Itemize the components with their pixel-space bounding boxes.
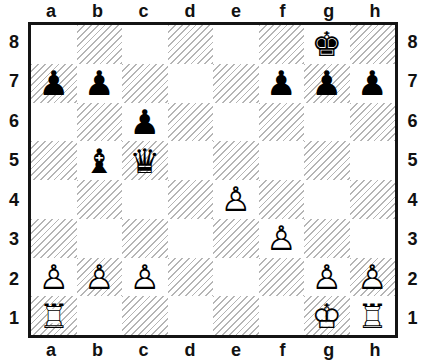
rank-label-2-left: 2 <box>0 259 28 299</box>
rank-label-4-left: 4 <box>0 180 28 220</box>
rank-label-1-left: 1 <box>0 299 28 339</box>
square-b1[interactable] <box>77 296 123 335</box>
piece-glyph: ♙ <box>39 260 69 294</box>
piece-glyph: ♖ <box>357 299 387 333</box>
square-h6[interactable] <box>350 103 396 142</box>
file-labels-bottom: abcdefgh <box>28 338 398 361</box>
square-e5[interactable] <box>213 141 259 180</box>
file-label-f-top: f <box>259 0 305 22</box>
square-g8[interactable]: ♚ <box>304 25 350 64</box>
rank-label-3-right: 3 <box>398 220 427 260</box>
file-label-c-top: c <box>121 0 167 22</box>
square-b5[interactable]: ♝ <box>77 141 123 180</box>
file-label-d-bottom: d <box>167 338 213 361</box>
square-g4[interactable] <box>304 180 350 219</box>
square-d4[interactable] <box>168 180 214 219</box>
square-f3[interactable]: ♟♙ <box>259 219 305 258</box>
piece-glyph: ♟ <box>39 66 69 100</box>
file-label-c-bottom: c <box>121 338 167 361</box>
black-bishop-b5[interactable]: ♝ <box>77 141 123 180</box>
square-e4[interactable]: ♟♙ <box>213 180 259 219</box>
chess-board: ♚♟♟♟♟♟♟♝♛♟♙♟♙♟♙♟♙♟♙♟♙♟♙♜♖♚♔♜♖ <box>28 22 398 338</box>
piece-glyph: ♚ <box>312 27 342 61</box>
rank-label-6-right: 6 <box>398 101 427 141</box>
black-pawn-g7[interactable]: ♟ <box>304 64 350 103</box>
file-label-f-bottom: f <box>259 338 305 361</box>
square-a7[interactable]: ♟ <box>31 64 77 103</box>
rank-label-2-right: 2 <box>398 259 427 299</box>
square-e2[interactable] <box>213 258 259 297</box>
rank-labels-left: 87654321 <box>0 22 28 338</box>
square-a8[interactable] <box>31 25 77 64</box>
chess-diagram: abcdefgh 87654321 ♚♟♟♟♟♟♟♝♛♟♙♟♙♟♙♟♙♟♙♟♙♟… <box>0 0 427 361</box>
piece-glyph: ♙ <box>266 221 296 255</box>
black-queen-c5[interactable]: ♛ <box>122 141 168 180</box>
rank-label-8-right: 8 <box>398 22 427 62</box>
square-f6[interactable] <box>259 103 305 142</box>
piece-glyph: ♔ <box>312 299 342 333</box>
corner-bottom-left <box>0 338 28 361</box>
rank-label-1-right: 1 <box>398 299 427 339</box>
square-d8[interactable] <box>168 25 214 64</box>
black-pawn-b7[interactable]: ♟ <box>77 64 123 103</box>
rank-label-7-right: 7 <box>398 62 427 102</box>
file-label-e-bottom: e <box>213 338 259 361</box>
square-h2[interactable]: ♟♙ <box>350 258 396 297</box>
square-d3[interactable] <box>168 219 214 258</box>
square-b2[interactable]: ♟♙ <box>77 258 123 297</box>
corner-bottom-right <box>398 338 427 361</box>
square-f1[interactable] <box>259 296 305 335</box>
white-pawn-c2[interactable]: ♟♙ <box>122 258 168 297</box>
square-d1[interactable] <box>168 296 214 335</box>
file-label-g-bottom: g <box>306 338 352 361</box>
square-c4[interactable] <box>122 180 168 219</box>
square-a6[interactable] <box>31 103 77 142</box>
white-pawn-h2[interactable]: ♟♙ <box>350 258 396 297</box>
square-c3[interactable] <box>122 219 168 258</box>
rank-label-4-right: 4 <box>398 180 427 220</box>
corner-top-left <box>0 0 28 22</box>
piece-glyph: ♙ <box>312 260 342 294</box>
rank-label-8-left: 8 <box>0 22 28 62</box>
file-label-g-top: g <box>306 0 352 22</box>
square-h7[interactable]: ♟ <box>350 64 396 103</box>
white-pawn-a2[interactable]: ♟♙ <box>31 258 77 297</box>
file-label-b-top: b <box>74 0 120 22</box>
square-g5[interactable] <box>304 141 350 180</box>
piece-glyph: ♟ <box>84 66 114 100</box>
rank-label-5-right: 5 <box>398 141 427 181</box>
square-e1[interactable] <box>213 296 259 335</box>
white-rook-h1[interactable]: ♜♖ <box>350 296 396 335</box>
square-h3[interactable] <box>350 219 396 258</box>
file-labels-top: abcdefgh <box>28 0 398 22</box>
piece-glyph: ♙ <box>84 260 114 294</box>
black-pawn-f7[interactable]: ♟ <box>259 64 305 103</box>
rank-label-3-left: 3 <box>0 220 28 260</box>
square-a4[interactable] <box>31 180 77 219</box>
rank-label-5-left: 5 <box>0 141 28 181</box>
square-a2[interactable]: ♟♙ <box>31 258 77 297</box>
square-e3[interactable] <box>213 219 259 258</box>
square-e6[interactable] <box>213 103 259 142</box>
square-f8[interactable] <box>259 25 305 64</box>
square-g6[interactable] <box>304 103 350 142</box>
square-b6[interactable] <box>77 103 123 142</box>
piece-glyph: ♟ <box>130 105 160 139</box>
piece-glyph: ♛ <box>130 144 160 178</box>
square-f5[interactable] <box>259 141 305 180</box>
piece-glyph: ♙ <box>357 260 387 294</box>
piece-glyph: ♙ <box>221 182 251 216</box>
file-label-b-bottom: b <box>74 338 120 361</box>
rank-labels-right: 87654321 <box>398 22 427 338</box>
piece-glyph: ♝ <box>84 144 114 178</box>
square-d2[interactable] <box>168 258 214 297</box>
square-g1[interactable]: ♚♔ <box>304 296 350 335</box>
square-h5[interactable] <box>350 141 396 180</box>
white-rook-a1[interactable]: ♜♖ <box>31 296 77 335</box>
file-label-a-bottom: a <box>28 338 74 361</box>
black-king-g8[interactable]: ♚ <box>304 25 350 64</box>
white-pawn-g2[interactable]: ♟♙ <box>304 258 350 297</box>
square-b3[interactable] <box>77 219 123 258</box>
square-f2[interactable] <box>259 258 305 297</box>
piece-glyph: ♟ <box>266 66 296 100</box>
square-c6[interactable]: ♟ <box>122 103 168 142</box>
square-e8[interactable] <box>213 25 259 64</box>
file-label-a-top: a <box>28 0 74 22</box>
square-b7[interactable]: ♟ <box>77 64 123 103</box>
square-f7[interactable]: ♟ <box>259 64 305 103</box>
white-pawn-f3[interactable]: ♟♙ <box>259 219 305 258</box>
square-e7[interactable] <box>213 64 259 103</box>
square-a5[interactable] <box>31 141 77 180</box>
square-c2[interactable]: ♟♙ <box>122 258 168 297</box>
square-c8[interactable] <box>122 25 168 64</box>
white-pawn-b2[interactable]: ♟♙ <box>77 258 123 297</box>
piece-glyph: ♖ <box>39 299 69 333</box>
corner-top-right <box>398 0 427 22</box>
square-a3[interactable] <box>31 219 77 258</box>
square-c7[interactable] <box>122 64 168 103</box>
file-label-h-top: h <box>352 0 398 22</box>
black-pawn-h7[interactable]: ♟ <box>350 64 396 103</box>
square-g7[interactable]: ♟ <box>304 64 350 103</box>
square-f4[interactable] <box>259 180 305 219</box>
file-label-h-bottom: h <box>352 338 398 361</box>
square-b4[interactable] <box>77 180 123 219</box>
square-b8[interactable] <box>77 25 123 64</box>
file-label-e-top: e <box>213 0 259 22</box>
square-a1[interactable]: ♜♖ <box>31 296 77 335</box>
square-h4[interactable] <box>350 180 396 219</box>
black-pawn-c6[interactable]: ♟ <box>122 103 168 142</box>
file-label-d-top: d <box>167 0 213 22</box>
square-g3[interactable] <box>304 219 350 258</box>
piece-glyph: ♟ <box>357 66 387 100</box>
square-g2[interactable]: ♟♙ <box>304 258 350 297</box>
rank-label-6-left: 6 <box>0 101 28 141</box>
square-d7[interactable] <box>168 64 214 103</box>
square-d5[interactable] <box>168 141 214 180</box>
white-pawn-e4[interactable]: ♟♙ <box>213 180 259 219</box>
square-h1[interactable]: ♜♖ <box>350 296 396 335</box>
piece-glyph: ♙ <box>130 260 160 294</box>
white-king-g1[interactable]: ♚♔ <box>304 296 350 335</box>
square-c5[interactable]: ♛ <box>122 141 168 180</box>
black-pawn-a7[interactable]: ♟ <box>31 64 77 103</box>
rank-label-7-left: 7 <box>0 62 28 102</box>
piece-glyph: ♟ <box>312 66 342 100</box>
square-d6[interactable] <box>168 103 214 142</box>
square-h8[interactable] <box>350 25 396 64</box>
square-c1[interactable] <box>122 296 168 335</box>
